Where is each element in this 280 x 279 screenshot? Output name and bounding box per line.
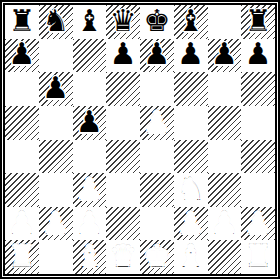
- square-c7[interactable]: [73, 39, 107, 73]
- square-h2[interactable]: ♟: [241, 207, 275, 241]
- square-h1[interactable]: ♜: [241, 240, 275, 274]
- square-b7[interactable]: [39, 39, 73, 73]
- square-g5[interactable]: [208, 106, 242, 140]
- square-a8[interactable]: ♜: [5, 5, 39, 39]
- square-c5[interactable]: ♟: [73, 106, 107, 140]
- square-d1[interactable]: ♛: [106, 240, 140, 274]
- white-pawn: ♟: [76, 208, 103, 238]
- square-a6[interactable]: [5, 72, 39, 106]
- square-f7[interactable]: ♟: [174, 39, 208, 73]
- white-pawn: ♟: [76, 174, 103, 204]
- square-g6[interactable]: [208, 72, 242, 106]
- square-c3[interactable]: ♟: [73, 173, 107, 207]
- square-b6[interactable]: ♟: [39, 72, 73, 106]
- square-f2[interactable]: ♟: [174, 207, 208, 241]
- square-d4[interactable]: [106, 140, 140, 174]
- square-h7[interactable]: ♟: [241, 39, 275, 73]
- black-rook: ♜: [245, 6, 272, 36]
- square-a4[interactable]: [5, 140, 39, 174]
- square-a7[interactable]: ♟: [5, 39, 39, 73]
- square-g1[interactable]: [208, 240, 242, 274]
- square-e1[interactable]: ♚: [140, 240, 174, 274]
- square-a5[interactable]: [5, 106, 39, 140]
- square-h3[interactable]: [241, 173, 275, 207]
- square-e2[interactable]: [140, 207, 174, 241]
- chess-board-grid: ♜♞♝♛♚♝♜♟♟♟♟♟♟♟♟♟♟♞♟♟♟♟♟♟♜♝♛♚♝♜: [3, 3, 277, 276]
- white-pawn: ♟: [211, 208, 238, 238]
- square-h8[interactable]: ♜: [241, 5, 275, 39]
- square-f4[interactable]: [174, 140, 208, 174]
- square-f5[interactable]: [174, 106, 208, 140]
- square-g3[interactable]: [208, 173, 242, 207]
- square-h4[interactable]: [241, 140, 275, 174]
- black-pawn: ♟: [245, 39, 272, 69]
- square-e7[interactable]: ♟: [140, 39, 174, 73]
- square-c4[interactable]: [73, 140, 107, 174]
- white-bishop: ♝: [76, 241, 103, 271]
- square-e6[interactable]: [140, 72, 174, 106]
- black-pawn: ♟: [211, 39, 238, 69]
- square-f6[interactable]: [174, 72, 208, 106]
- black-king: ♚: [143, 6, 170, 36]
- black-rook: ♜: [8, 6, 35, 36]
- black-bishop: ♝: [177, 6, 204, 36]
- square-h5[interactable]: [241, 106, 275, 140]
- square-d3[interactable]: [106, 173, 140, 207]
- black-knight: ♞: [42, 6, 69, 36]
- square-f3[interactable]: ♞: [174, 173, 208, 207]
- square-c1[interactable]: ♝: [73, 240, 107, 274]
- square-c8[interactable]: ♝: [73, 5, 107, 39]
- square-a2[interactable]: ♟: [5, 207, 39, 241]
- black-pawn: ♟: [143, 39, 170, 69]
- white-pawn: ♟: [42, 208, 69, 238]
- white-bishop: ♝: [177, 241, 204, 271]
- white-queen: ♛: [110, 241, 137, 271]
- white-pawn: ♟: [8, 208, 35, 238]
- square-e3[interactable]: [140, 173, 174, 207]
- square-b4[interactable]: [39, 140, 73, 174]
- square-c2[interactable]: ♟: [73, 207, 107, 241]
- square-a3[interactable]: [5, 173, 39, 207]
- chess-diagram: ♜♞♝♛♚♝♜♟♟♟♟♟♟♟♟♟♟♞♟♟♟♟♟♟♜♝♛♚♝♜: [0, 0, 280, 279]
- black-queen: ♛: [110, 6, 137, 36]
- square-g2[interactable]: ♟: [208, 207, 242, 241]
- white-pawn: ♟: [245, 208, 272, 238]
- square-b1[interactable]: [39, 240, 73, 274]
- black-pawn: ♟: [177, 39, 204, 69]
- square-f1[interactable]: ♝: [174, 240, 208, 274]
- square-d6[interactable]: [106, 72, 140, 106]
- white-pawn: ♟: [177, 208, 204, 238]
- square-b3[interactable]: [39, 173, 73, 207]
- black-pawn: ♟: [8, 39, 35, 69]
- square-d8[interactable]: ♛: [106, 5, 140, 39]
- black-pawn: ♟: [76, 107, 103, 137]
- square-d7[interactable]: ♟: [106, 39, 140, 73]
- square-c6[interactable]: [73, 72, 107, 106]
- square-g7[interactable]: ♟: [208, 39, 242, 73]
- square-g4[interactable]: [208, 140, 242, 174]
- square-h6[interactable]: [241, 72, 275, 106]
- white-rook: ♜: [245, 241, 272, 271]
- square-e4[interactable]: [140, 140, 174, 174]
- black-pawn: ♟: [42, 73, 69, 103]
- square-e8[interactable]: ♚: [140, 5, 174, 39]
- white-pawn: ♟: [143, 107, 170, 137]
- square-g8[interactable]: [208, 5, 242, 39]
- square-b5[interactable]: [39, 106, 73, 140]
- square-d2[interactable]: [106, 207, 140, 241]
- square-b8[interactable]: ♞: [39, 5, 73, 39]
- square-a1[interactable]: ♜: [5, 240, 39, 274]
- square-d5[interactable]: [106, 106, 140, 140]
- square-e5[interactable]: ♟: [140, 106, 174, 140]
- black-pawn: ♟: [110, 39, 137, 69]
- square-f8[interactable]: ♝: [174, 5, 208, 39]
- white-king: ♚: [143, 241, 170, 271]
- black-bishop: ♝: [76, 6, 103, 36]
- white-rook: ♜: [8, 241, 35, 271]
- white-knight: ♞: [177, 174, 204, 204]
- square-b2[interactable]: ♟: [39, 207, 73, 241]
